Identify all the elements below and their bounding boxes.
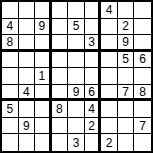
cell-r9c7[interactable]: 2 [101,134,118,151]
cell-r6c6[interactable]: 6 [85,85,102,102]
cell-r5c4[interactable] [52,68,69,85]
cell-r6c8[interactable]: 7 [118,85,135,102]
cell-r2c2[interactable] [19,19,36,36]
cell-r7c2[interactable] [19,101,36,118]
cell-r4c9[interactable]: 6 [134,52,151,69]
cell-r6c3[interactable] [35,85,52,102]
cell-r4c8[interactable]: 5 [118,52,135,69]
cell-r4c7[interactable] [101,52,118,69]
cell-r9c6[interactable] [85,134,102,151]
cell-r9c4[interactable] [52,134,69,151]
cell-r5c8[interactable] [118,68,135,85]
cell-r5c3[interactable]: 1 [35,68,52,85]
sudoku-board: 449528395614967858492732 [0,0,153,153]
cell-r1c8[interactable] [118,2,135,19]
cell-r1c5[interactable] [68,2,85,19]
cell-r8c4[interactable] [52,118,69,135]
cell-r3c7[interactable] [101,35,118,52]
cell-r3c5[interactable] [68,35,85,52]
cell-r2c3[interactable]: 9 [35,19,52,36]
cell-r5c6[interactable] [85,68,102,85]
cell-r7c5[interactable] [68,101,85,118]
cell-r8c5[interactable] [68,118,85,135]
cell-r1c6[interactable] [85,2,102,19]
cell-r6c9[interactable]: 8 [134,85,151,102]
cell-r3c6[interactable]: 3 [85,35,102,52]
cell-r7c8[interactable] [118,101,135,118]
cell-r7c4[interactable]: 8 [52,101,69,118]
cell-r5c5[interactable] [68,68,85,85]
cell-r7c6[interactable]: 4 [85,101,102,118]
cell-r8c3[interactable] [35,118,52,135]
cell-r8c1[interactable] [2,118,19,135]
cell-r1c1[interactable] [2,2,19,19]
cell-r1c3[interactable] [35,2,52,19]
cell-r2c7[interactable] [101,19,118,36]
cell-r8c7[interactable] [101,118,118,135]
cell-r8c9[interactable]: 7 [134,118,151,135]
cell-r5c7[interactable] [101,68,118,85]
cell-r3c8[interactable]: 9 [118,35,135,52]
cell-r4c1[interactable] [2,52,19,69]
cell-r7c1[interactable]: 5 [2,101,19,118]
cell-r8c6[interactable]: 2 [85,118,102,135]
cell-r1c4[interactable] [52,2,69,19]
cell-r6c7[interactable] [101,85,118,102]
cell-r5c9[interactable] [134,68,151,85]
cell-r6c1[interactable] [2,85,19,102]
cell-r3c3[interactable] [35,35,52,52]
cell-r2c4[interactable] [52,19,69,36]
cell-r9c9[interactable] [134,134,151,151]
cell-r4c3[interactable] [35,52,52,69]
cell-r5c1[interactable] [2,68,19,85]
cell-r4c5[interactable] [68,52,85,69]
cell-r5c2[interactable] [19,68,36,85]
cell-r2c5[interactable]: 5 [68,19,85,36]
cell-r9c2[interactable] [19,134,36,151]
cell-r4c6[interactable] [85,52,102,69]
cell-r9c8[interactable] [118,134,135,151]
cell-r7c9[interactable] [134,101,151,118]
cell-r4c2[interactable] [19,52,36,69]
cell-r1c7[interactable]: 4 [101,2,118,19]
cell-r1c2[interactable] [19,2,36,19]
cell-r2c9[interactable] [134,19,151,36]
cell-r2c1[interactable]: 4 [2,19,19,36]
cell-r1c9[interactable] [134,2,151,19]
cell-r8c2[interactable]: 9 [19,118,36,135]
cell-r6c2[interactable]: 4 [19,85,36,102]
cell-r2c6[interactable] [85,19,102,36]
cell-r3c2[interactable] [19,35,36,52]
cell-r6c5[interactable]: 9 [68,85,85,102]
cell-r2c8[interactable]: 2 [118,19,135,36]
cell-r4c4[interactable] [52,52,69,69]
cell-r3c4[interactable] [52,35,69,52]
cell-r9c5[interactable]: 3 [68,134,85,151]
cell-r3c9[interactable] [134,35,151,52]
cell-r7c3[interactable] [35,101,52,118]
cell-r7c7[interactable] [101,101,118,118]
cell-r9c3[interactable] [35,134,52,151]
cell-r6c4[interactable] [52,85,69,102]
cell-r9c1[interactable] [2,134,19,151]
cell-r8c8[interactable] [118,118,135,135]
cell-r3c1[interactable]: 8 [2,35,19,52]
